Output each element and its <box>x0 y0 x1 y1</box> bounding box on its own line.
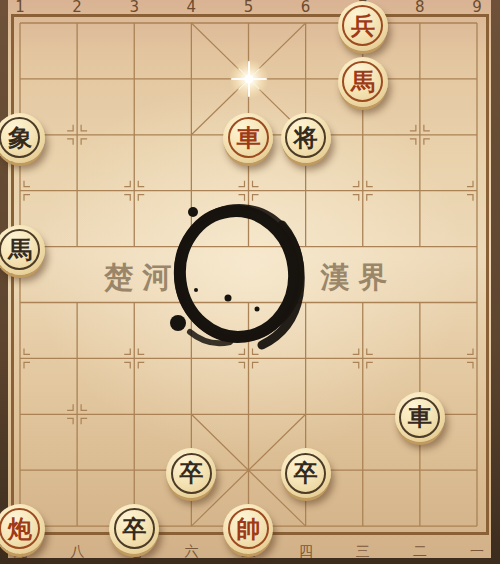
file-label-top-8: 8 <box>405 0 435 15</box>
piece-black-chariot-f8r7[interactable]: 車 <box>395 392 445 442</box>
piece-character: 車 <box>399 397 440 438</box>
river-text-left: 楚河 <box>92 260 184 294</box>
piece-red-pawn-f7r0[interactable]: 兵 <box>338 1 388 51</box>
piece-red-horse-f7r1[interactable]: 馬 <box>338 57 388 107</box>
file-label-top-4: 4 <box>176 0 206 15</box>
piece-black-general-f6r2[interactable]: 将 <box>281 113 331 163</box>
board-grid[interactable] <box>0 0 500 564</box>
piece-red-general-f5r9[interactable]: 帥 <box>223 504 273 554</box>
file-label-top-2: 2 <box>62 0 92 15</box>
piece-character: 卒 <box>114 508 155 549</box>
piece-character: 兵 <box>342 5 383 46</box>
file-label-bottom-4: 六 <box>176 543 206 559</box>
file-label-top-6: 6 <box>291 0 321 15</box>
piece-red-chariot-f5r2[interactable]: 車 <box>223 113 273 163</box>
piece-black-pawn-f3r9[interactable]: 卒 <box>109 504 159 554</box>
piece-character: 馬 <box>342 61 383 102</box>
piece-black-pawn-f6r8[interactable]: 卒 <box>281 448 331 498</box>
file-label-top-1: 1 <box>5 0 35 15</box>
piece-character: 車 <box>228 117 269 158</box>
piece-character: 象 <box>0 117 40 158</box>
piece-character: 炮 <box>0 508 40 549</box>
piece-character: 帥 <box>228 508 269 549</box>
file-label-bottom-6: 四 <box>291 543 321 559</box>
file-label-bottom-9: 一 <box>462 543 492 559</box>
piece-character: 卒 <box>171 453 212 494</box>
xiangqi-app-screen: 123456789 九八七六五四三二一 楚河 漢界 <box>0 0 500 564</box>
file-label-bottom-7: 三 <box>348 543 378 559</box>
piece-character: 卒 <box>285 453 326 494</box>
file-label-top-9: 9 <box>462 0 492 15</box>
file-label-bottom-2: 八 <box>62 543 92 559</box>
file-label-bottom-8: 二 <box>405 543 435 559</box>
piece-character: 馬 <box>0 229 40 270</box>
file-label-top-3: 3 <box>119 0 149 15</box>
file-label-top-5: 5 <box>234 0 264 15</box>
piece-character: 将 <box>285 117 326 158</box>
piece-black-pawn-f4r8[interactable]: 卒 <box>166 448 216 498</box>
river-text-right: 漢界 <box>308 260 400 294</box>
